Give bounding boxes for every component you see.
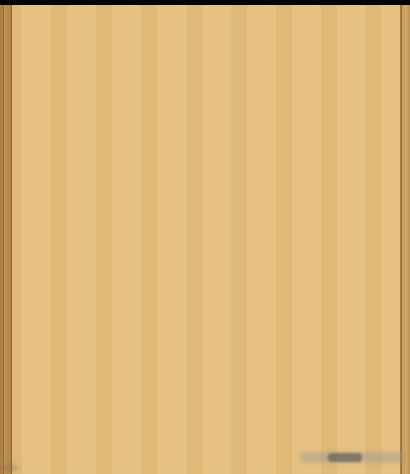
smudge-mark xyxy=(328,453,362,462)
smudge-mark xyxy=(2,465,18,471)
pieces-layer xyxy=(2,13,410,465)
xiangqi-board-screen xyxy=(0,0,410,474)
